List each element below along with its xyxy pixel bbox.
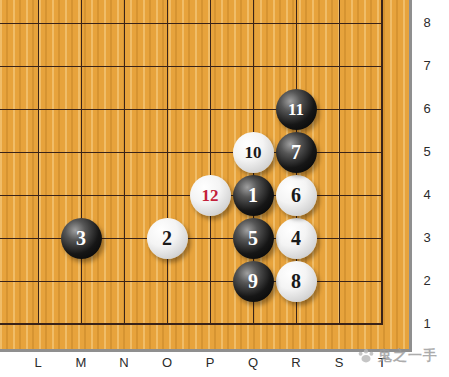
go-diagram-screenshot: 123456789101112 LMNOPQRST 87654321 鬼之一手 — [0, 0, 449, 377]
column-label-P: P — [195, 355, 225, 370]
column-label-L: L — [23, 355, 53, 370]
grid-line-row-3 — [0, 238, 383, 239]
grid-line-row-8 — [0, 23, 383, 24]
stone-black-5: 5 — [233, 218, 274, 259]
row-label-8: 8 — [413, 15, 441, 31]
column-label-O: O — [152, 355, 182, 370]
row-label-5: 5 — [413, 144, 441, 160]
stone-white-2: 2 — [147, 218, 188, 259]
grid-line-col-S — [339, 0, 340, 325]
stone-black-7: 7 — [276, 132, 317, 173]
paw-icon — [357, 347, 375, 365]
row-label-6: 6 — [413, 101, 441, 117]
stone-black-9: 9 — [233, 261, 274, 302]
column-label-Q: Q — [238, 355, 268, 370]
column-label-N: N — [109, 355, 139, 370]
stone-white-4: 4 — [276, 218, 317, 259]
stone-white-12: 12 — [190, 175, 231, 216]
stone-white-6: 6 — [276, 175, 317, 216]
grid-line-col-P — [210, 0, 211, 325]
column-label-M: M — [66, 355, 96, 370]
move-number: 10 — [245, 144, 262, 161]
grid-line-col-N — [124, 0, 125, 325]
row-label-2: 2 — [413, 273, 441, 289]
row-label-3: 3 — [413, 230, 441, 246]
row-label-4: 4 — [413, 187, 441, 203]
move-number: 1 — [248, 185, 258, 205]
column-label-R: R — [281, 355, 311, 370]
grid-line-row-5 — [0, 152, 383, 153]
grid-line-col-L — [38, 0, 39, 325]
move-number: 5 — [248, 228, 258, 248]
grid-line-row-7 — [0, 66, 383, 67]
stone-white-8: 8 — [276, 261, 317, 302]
stone-black-11: 11 — [276, 89, 317, 130]
grid-line-col-O — [167, 0, 168, 325]
grid-line-col-M — [81, 0, 82, 325]
stone-white-10: 10 — [233, 132, 274, 173]
move-number: 3 — [76, 228, 86, 248]
grid-line-row-1 — [0, 323, 383, 325]
row-label-1: 1 — [413, 316, 441, 332]
go-board: 123456789101112 — [0, 0, 412, 352]
move-number: 12 — [202, 187, 219, 204]
move-number: 2 — [162, 228, 172, 248]
stone-black-1: 1 — [233, 175, 274, 216]
move-number: 9 — [248, 271, 258, 291]
stone-black-3: 3 — [61, 218, 102, 259]
move-number: 7 — [291, 142, 301, 162]
move-number: 11 — [288, 101, 304, 118]
column-label-S: S — [324, 355, 354, 370]
move-number: 4 — [291, 228, 301, 248]
move-number: 8 — [291, 271, 301, 291]
watermark: 鬼之一手 — [357, 344, 438, 368]
grid-line-row-2 — [0, 281, 383, 282]
move-number: 6 — [291, 185, 301, 205]
grid-line-row-6 — [0, 109, 383, 110]
grid-line-col-T — [381, 0, 383, 325]
row-label-7: 7 — [413, 58, 441, 74]
watermark-text: 鬼之一手 — [378, 347, 438, 365]
